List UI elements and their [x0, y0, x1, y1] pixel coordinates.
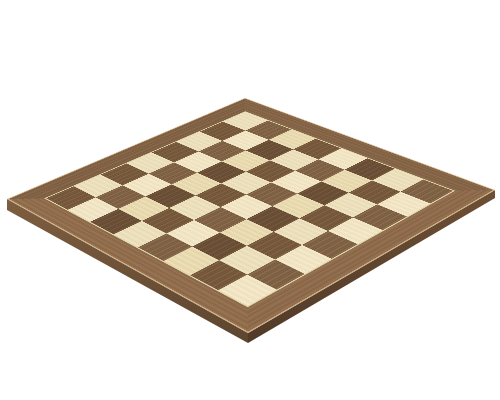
product-photo-stage	[0, 0, 500, 400]
